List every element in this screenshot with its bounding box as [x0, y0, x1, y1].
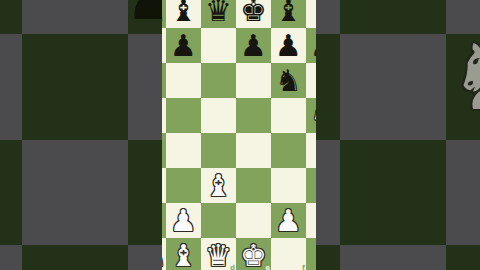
- background-square: [340, 0, 446, 34]
- square-d4[interactable]: [201, 133, 236, 168]
- square-f2[interactable]: ♟: [271, 203, 306, 238]
- square-c7[interactable]: ♟: [166, 28, 201, 63]
- piece-white-knight[interactable]: ♞: [306, 98, 316, 133]
- background-square: [316, 140, 340, 245]
- square-c8[interactable]: ♝: [166, 0, 201, 28]
- square-e1[interactable]: ♚e: [236, 238, 271, 270]
- piece-black-pawn[interactable]: ♟: [306, 28, 316, 63]
- square-g3[interactable]: [306, 168, 316, 203]
- piece-black-king[interactable]: ♚: [236, 0, 271, 28]
- square-f8[interactable]: ♝: [271, 0, 306, 28]
- square-f3[interactable]: [271, 168, 306, 203]
- square-d6[interactable]: [201, 63, 236, 98]
- square-d2[interactable]: [201, 203, 236, 238]
- piece-black-pawn[interactable]: ♟: [166, 28, 201, 63]
- background-square: [0, 245, 22, 270]
- square-g7[interactable]: ♟: [306, 28, 316, 63]
- file-label-f: f: [302, 265, 305, 270]
- square-e7[interactable]: ♟: [236, 28, 271, 63]
- square-e5[interactable]: [236, 98, 271, 133]
- square-g4[interactable]: [306, 133, 316, 168]
- square-d5[interactable]: [201, 98, 236, 133]
- square-d8[interactable]: ♛: [201, 0, 236, 28]
- chess-board: ♞♝♛♚♝♟♟♟♟♞♞♝♟♟♞♝♛d♚ef: [162, 0, 316, 270]
- square-f5[interactable]: [271, 98, 306, 133]
- background-square: [0, 0, 22, 34]
- piece-white-bishop[interactable]: ♝: [201, 168, 236, 203]
- square-c1[interactable]: ♝: [166, 238, 201, 270]
- background-square: [22, 245, 128, 270]
- file-label-e: e: [265, 265, 270, 270]
- square-c5[interactable]: [166, 98, 201, 133]
- background-square: [22, 34, 128, 140]
- piece-white-pawn[interactable]: ♟: [166, 203, 201, 238]
- background-square: [316, 0, 340, 34]
- background-square: [446, 0, 480, 34]
- piece-black-bishop[interactable]: ♝: [271, 0, 306, 28]
- background-square: [340, 34, 446, 140]
- background-square: [340, 140, 446, 245]
- square-c3[interactable]: [166, 168, 201, 203]
- square-c2[interactable]: ♟: [166, 203, 201, 238]
- square-g8[interactable]: [306, 0, 316, 28]
- square-c6[interactable]: [166, 63, 201, 98]
- background-square: [128, 34, 162, 140]
- video-frame: ♟ ♞ ♞♝♛♚♝♟♟♟♟♞♞♝♟♟♞♝♛d♚ef: [0, 0, 480, 270]
- square-e3[interactable]: [236, 168, 271, 203]
- background-square: [316, 34, 340, 140]
- square-e6[interactable]: [236, 63, 271, 98]
- square-e4[interactable]: [236, 133, 271, 168]
- square-f1[interactable]: f: [271, 238, 306, 270]
- background-square: [128, 245, 162, 270]
- background-square: [446, 245, 480, 270]
- background-square: [22, 140, 128, 245]
- square-c4[interactable]: [166, 133, 201, 168]
- background-square: [128, 0, 162, 34]
- piece-black-bishop[interactable]: ♝: [166, 0, 201, 28]
- piece-black-queen[interactable]: ♛: [201, 0, 236, 28]
- square-g5[interactable]: ♞: [306, 98, 316, 133]
- background-square: [0, 140, 22, 245]
- square-e8[interactable]: ♚: [236, 0, 271, 28]
- board-strip: ♞♝♛♚♝♟♟♟♟♞♞♝♟♟♞♝♛d♚ef: [162, 0, 316, 270]
- piece-black-pawn[interactable]: ♟: [236, 28, 271, 63]
- background-square: [446, 34, 480, 140]
- piece-white-bishop[interactable]: ♝: [166, 238, 201, 270]
- background-square: [22, 0, 128, 34]
- square-e2[interactable]: [236, 203, 271, 238]
- square-g6[interactable]: [306, 63, 316, 98]
- piece-black-pawn[interactable]: ♟: [271, 28, 306, 63]
- square-f4[interactable]: [271, 133, 306, 168]
- background-square: [340, 245, 446, 270]
- square-g1[interactable]: [306, 238, 316, 270]
- background-square: [446, 140, 480, 245]
- square-f6[interactable]: ♞: [271, 63, 306, 98]
- square-f7[interactable]: ♟: [271, 28, 306, 63]
- background-square: [0, 34, 22, 140]
- square-g2[interactable]: [306, 203, 316, 238]
- square-d7[interactable]: [201, 28, 236, 63]
- background-square: [316, 245, 340, 270]
- square-d1[interactable]: ♛d: [201, 238, 236, 270]
- piece-black-knight[interactable]: ♞: [271, 63, 306, 98]
- square-d3[interactable]: ♝: [201, 168, 236, 203]
- file-label-d: d: [230, 265, 235, 270]
- background-square: [128, 140, 162, 245]
- piece-white-pawn[interactable]: ♟: [271, 203, 306, 238]
